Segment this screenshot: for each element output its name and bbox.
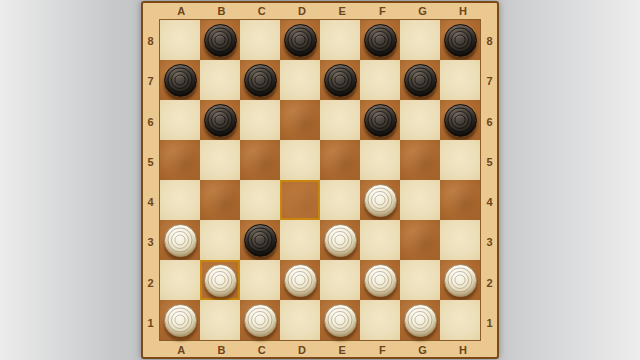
square-b1[interactable] bbox=[200, 300, 240, 340]
square-h3[interactable] bbox=[440, 220, 480, 260]
square-f7[interactable] bbox=[360, 60, 400, 100]
square-c3[interactable] bbox=[240, 220, 280, 260]
square-e1[interactable] bbox=[320, 300, 360, 340]
coordinate-label: B bbox=[201, 344, 241, 356]
square-g1[interactable] bbox=[400, 300, 440, 340]
square-g2[interactable] bbox=[400, 260, 440, 300]
square-g5[interactable] bbox=[400, 140, 440, 180]
square-b6[interactable] bbox=[200, 100, 240, 140]
piece-ring bbox=[415, 75, 426, 86]
coordinate-label: A bbox=[161, 344, 201, 356]
piece-ring bbox=[455, 35, 466, 46]
piece-ring bbox=[455, 275, 466, 286]
piece-white-man-c1[interactable] bbox=[244, 304, 277, 337]
piece-ring bbox=[175, 315, 186, 326]
square-g7[interactable] bbox=[400, 60, 440, 100]
coordinate-label: 8 bbox=[147, 35, 153, 47]
coordinate-label: 7 bbox=[486, 75, 492, 87]
coordinate-label: 3 bbox=[486, 236, 492, 248]
square-a8[interactable] bbox=[160, 20, 200, 60]
rank-labels-left: 87654321 bbox=[143, 21, 158, 343]
square-e3[interactable] bbox=[320, 220, 360, 260]
piece-white-man-e1[interactable] bbox=[324, 304, 357, 337]
piece-ring bbox=[375, 35, 386, 46]
square-h5[interactable] bbox=[440, 140, 480, 180]
square-f4[interactable] bbox=[360, 180, 400, 220]
square-f2[interactable] bbox=[360, 260, 400, 300]
piece-ring bbox=[295, 275, 306, 286]
piece-dark-man-c7[interactable] bbox=[244, 64, 277, 97]
square-d3[interactable] bbox=[280, 220, 320, 260]
piece-dark-man-h8[interactable] bbox=[444, 24, 477, 57]
square-h7[interactable] bbox=[440, 60, 480, 100]
piece-white-man-h2[interactable] bbox=[444, 264, 477, 297]
square-d8[interactable] bbox=[280, 20, 320, 60]
coordinate-label: 8 bbox=[486, 35, 492, 47]
square-a6[interactable] bbox=[160, 100, 200, 140]
piece-dark-man-b6[interactable] bbox=[204, 104, 237, 137]
piece-ring bbox=[255, 235, 266, 246]
coordinate-label: C bbox=[242, 344, 282, 356]
piece-ring bbox=[455, 115, 466, 126]
square-c2[interactable] bbox=[240, 260, 280, 300]
square-d6[interactable] bbox=[280, 100, 320, 140]
square-e5[interactable] bbox=[320, 140, 360, 180]
piece-dark-man-d8[interactable] bbox=[284, 24, 317, 57]
coordinate-label: 5 bbox=[147, 156, 153, 168]
piece-ring bbox=[175, 75, 186, 86]
coordinate-label: H bbox=[443, 344, 483, 356]
piece-dark-man-h6[interactable] bbox=[444, 104, 477, 137]
coordinate-label: D bbox=[282, 344, 322, 356]
checkers-board: ABCDEFGH ABCDEFGH 87654321 87654321 bbox=[141, 1, 499, 359]
coordinate-label: H bbox=[443, 5, 483, 17]
coordinate-label: D bbox=[282, 5, 322, 17]
coordinate-label: E bbox=[322, 344, 362, 356]
square-b7[interactable] bbox=[200, 60, 240, 100]
piece-white-man-d2[interactable] bbox=[284, 264, 317, 297]
square-e8[interactable] bbox=[320, 20, 360, 60]
square-a1[interactable] bbox=[160, 300, 200, 340]
coordinate-label: 6 bbox=[486, 116, 492, 128]
square-a2[interactable] bbox=[160, 260, 200, 300]
square-c6[interactable] bbox=[240, 100, 280, 140]
coordinate-label: G bbox=[403, 5, 443, 17]
square-c4[interactable] bbox=[240, 180, 280, 220]
square-g8[interactable] bbox=[400, 20, 440, 60]
file-labels-bottom: ABCDEFGH bbox=[161, 342, 483, 357]
rank-labels-right: 87654321 bbox=[482, 21, 497, 343]
piece-white-man-f4[interactable] bbox=[364, 184, 397, 217]
piece-ring bbox=[335, 315, 346, 326]
piece-ring bbox=[295, 35, 306, 46]
square-g6[interactable] bbox=[400, 100, 440, 140]
square-h6[interactable] bbox=[440, 100, 480, 140]
piece-dark-man-a7[interactable] bbox=[164, 64, 197, 97]
square-f3[interactable] bbox=[360, 220, 400, 260]
coordinate-label: 4 bbox=[147, 196, 153, 208]
square-b2[interactable] bbox=[200, 260, 240, 300]
coordinate-label: F bbox=[362, 344, 402, 356]
coordinate-label: B bbox=[201, 5, 241, 17]
coordinate-label: E bbox=[322, 5, 362, 17]
square-g3[interactable] bbox=[400, 220, 440, 260]
piece-ring bbox=[375, 275, 386, 286]
coordinate-label: A bbox=[161, 5, 201, 17]
square-f1[interactable] bbox=[360, 300, 400, 340]
square-h8[interactable] bbox=[440, 20, 480, 60]
square-f5[interactable] bbox=[360, 140, 400, 180]
square-b8[interactable] bbox=[200, 20, 240, 60]
square-b3[interactable] bbox=[200, 220, 240, 260]
square-g4[interactable] bbox=[400, 180, 440, 220]
coordinate-label: 2 bbox=[486, 277, 492, 289]
piece-ring bbox=[335, 75, 346, 86]
piece-dark-man-g7[interactable] bbox=[404, 64, 437, 97]
square-a7[interactable] bbox=[160, 60, 200, 100]
square-h2[interactable] bbox=[440, 260, 480, 300]
coordinate-label: 2 bbox=[147, 277, 153, 289]
square-e4[interactable] bbox=[320, 180, 360, 220]
piece-white-man-b2[interactable] bbox=[204, 264, 237, 297]
piece-white-man-e3[interactable] bbox=[324, 224, 357, 257]
coordinate-label: 4 bbox=[486, 196, 492, 208]
square-e7[interactable] bbox=[320, 60, 360, 100]
file-labels-top: ABCDEFGH bbox=[161, 3, 483, 18]
coordinate-label: C bbox=[242, 5, 282, 17]
coordinate-label: 3 bbox=[147, 236, 153, 248]
square-a4[interactable] bbox=[160, 180, 200, 220]
piece-ring bbox=[215, 115, 226, 126]
square-c7[interactable] bbox=[240, 60, 280, 100]
square-c8[interactable] bbox=[240, 20, 280, 60]
piece-ring bbox=[255, 315, 266, 326]
piece-ring bbox=[215, 275, 226, 286]
piece-ring bbox=[375, 115, 386, 126]
coordinate-label: 1 bbox=[486, 317, 492, 329]
coordinate-label: F bbox=[362, 5, 402, 17]
piece-dark-man-f8[interactable] bbox=[364, 24, 397, 57]
square-d7[interactable] bbox=[280, 60, 320, 100]
square-d4[interactable] bbox=[280, 180, 320, 220]
square-c5[interactable] bbox=[240, 140, 280, 180]
square-f6[interactable] bbox=[360, 100, 400, 140]
piece-white-man-a3[interactable] bbox=[164, 224, 197, 257]
square-b5[interactable] bbox=[200, 140, 240, 180]
square-c1[interactable] bbox=[240, 300, 280, 340]
piece-ring bbox=[415, 315, 426, 326]
coordinate-label: 5 bbox=[486, 156, 492, 168]
piece-ring bbox=[375, 195, 386, 206]
piece-white-man-f2[interactable] bbox=[364, 264, 397, 297]
piece-ring bbox=[255, 75, 266, 86]
piece-white-man-g1[interactable] bbox=[404, 304, 437, 337]
square-a3[interactable] bbox=[160, 220, 200, 260]
square-e6[interactable] bbox=[320, 100, 360, 140]
square-b4[interactable] bbox=[200, 180, 240, 220]
square-a5[interactable] bbox=[160, 140, 200, 180]
coordinate-label: 1 bbox=[147, 317, 153, 329]
square-h4[interactable] bbox=[440, 180, 480, 220]
piece-ring bbox=[175, 235, 186, 246]
coordinate-label: 7 bbox=[147, 75, 153, 87]
square-f8[interactable] bbox=[360, 20, 400, 60]
piece-dark-man-f6[interactable] bbox=[364, 104, 397, 137]
coordinate-label: 6 bbox=[147, 116, 153, 128]
piece-ring bbox=[215, 35, 226, 46]
piece-dark-man-b8[interactable] bbox=[204, 24, 237, 57]
coordinate-label: G bbox=[403, 344, 443, 356]
square-d2[interactable] bbox=[280, 260, 320, 300]
square-h1[interactable] bbox=[440, 300, 480, 340]
square-d5[interactable] bbox=[280, 140, 320, 180]
square-e2[interactable] bbox=[320, 260, 360, 300]
board-grid bbox=[159, 19, 481, 341]
piece-white-man-a1[interactable] bbox=[164, 304, 197, 337]
piece-dark-man-c3[interactable] bbox=[244, 224, 277, 257]
piece-dark-man-e7[interactable] bbox=[324, 64, 357, 97]
square-d1[interactable] bbox=[280, 300, 320, 340]
video-frame-background: ABCDEFGH ABCDEFGH 87654321 87654321 bbox=[0, 0, 640, 360]
piece-ring bbox=[335, 235, 346, 246]
